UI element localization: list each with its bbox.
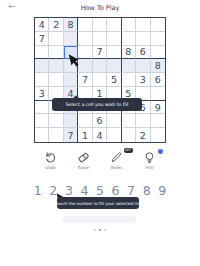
numpad-digit-4[interactable]: 4 — [80, 184, 88, 198]
hint-button[interactable]: Hint — [138, 151, 162, 175]
cell-r9c6[interactable] — [107, 128, 121, 142]
cell-r2c7[interactable] — [122, 32, 136, 46]
cell-r3c4[interactable] — [78, 46, 92, 60]
notes-off-badge: OFF — [124, 148, 133, 153]
cell-r9c8[interactable]: 2 — [136, 128, 150, 142]
undo-button[interactable]: Undo — [39, 151, 63, 175]
cell-r3c9[interactable] — [151, 46, 165, 60]
cell-r7c9[interactable]: 9 — [151, 101, 165, 115]
cell-r2c6[interactable] — [107, 32, 121, 46]
hint-badge-dot — [158, 149, 163, 154]
cell-r8c1[interactable] — [35, 114, 49, 128]
cell-r5c5[interactable] — [93, 73, 107, 87]
cell-r2c1[interactable]: 7 — [35, 32, 49, 46]
notes-pencil-icon — [110, 151, 123, 164]
cell-r9c7[interactable] — [122, 128, 136, 142]
notes-button[interactable]: OFF Notes — [105, 151, 129, 175]
numpad-digit-9[interactable]: 9 — [158, 184, 166, 198]
erase-button[interactable]: Erase — [72, 151, 96, 175]
cell-r5c1[interactable] — [35, 73, 49, 87]
cell-r6c9[interactable] — [151, 87, 165, 101]
numpad-digit-1[interactable]: 1 — [34, 184, 42, 198]
cell-r1c4[interactable] — [78, 18, 92, 32]
cell-r4c5[interactable] — [93, 59, 107, 73]
cell-r1c5[interactable] — [93, 18, 107, 32]
cell-r2c2[interactable] — [49, 32, 63, 46]
numpad-digit-7[interactable]: 7 — [127, 184, 135, 198]
hint-label: Hint — [145, 165, 153, 170]
cell-r9c2[interactable] — [49, 128, 63, 142]
cell-r1c8[interactable] — [136, 18, 150, 32]
cell-r2c4[interactable] — [78, 32, 92, 46]
cell-r3c5[interactable]: 7 — [93, 46, 107, 60]
cell-r1c6[interactable] — [107, 18, 121, 32]
erase-label: Erase — [78, 165, 89, 170]
cell-r2c8[interactable] — [136, 32, 150, 46]
page-title: How To Play — [0, 4, 200, 12]
page-dot-3 — [104, 229, 106, 231]
cell-r3c2[interactable] — [49, 46, 63, 60]
cell-r9c3[interactable]: 7 — [64, 128, 78, 142]
cell-r1c7[interactable] — [122, 18, 136, 32]
page-dot-2 — [99, 229, 101, 231]
cell-r8c9[interactable] — [151, 114, 165, 128]
cell-r5c4[interactable]: 7 — [78, 73, 92, 87]
hint-bulb-icon — [143, 151, 156, 164]
cell-r1c1[interactable]: 4 — [35, 18, 49, 32]
how-to-play-screen: ← How To Play 42877868753634155967142 Se… — [0, 0, 200, 266]
cell-r4c9[interactable]: 8 — [151, 59, 165, 73]
notes-label: Notes — [111, 165, 123, 170]
cell-r8c3[interactable] — [64, 114, 78, 128]
cell-r1c3[interactable]: 8 — [64, 18, 78, 32]
cell-r8c5[interactable]: 6 — [93, 114, 107, 128]
cell-r6c1[interactable]: 3 — [35, 87, 49, 101]
toolbar: Undo Erase OFF Notes Hint — [34, 151, 166, 175]
cell-r3c8[interactable]: 6 — [136, 46, 150, 60]
numpad-digit-3[interactable]: 3 — [65, 184, 73, 198]
cell-r4c2[interactable] — [49, 59, 63, 73]
cell-r4c6[interactable] — [107, 59, 121, 73]
cell-r2c3[interactable] — [64, 32, 78, 46]
numpad-digit-8[interactable]: 8 — [143, 184, 151, 198]
cell-r5c2[interactable] — [49, 73, 63, 87]
cell-r8c2[interactable] — [49, 114, 63, 128]
cell-r4c8[interactable] — [136, 59, 150, 73]
cell-r2c9[interactable] — [151, 32, 165, 46]
sudoku-board: 42877868753634155967142 — [34, 17, 166, 143]
cell-r9c5[interactable]: 4 — [93, 128, 107, 142]
cell-r9c4[interactable]: 1 — [78, 128, 92, 142]
cell-r5c9[interactable]: 6 — [151, 73, 165, 87]
cell-r8c6[interactable] — [107, 114, 121, 128]
undo-label: Undo — [45, 165, 55, 170]
cell-r9c1[interactable] — [35, 128, 49, 142]
cell-r5c6[interactable]: 5 — [107, 73, 121, 87]
cell-r8c8[interactable] — [136, 114, 150, 128]
cell-r1c2[interactable]: 2 — [49, 18, 63, 32]
board-tooltip: Select a cell you wish to fill — [52, 98, 142, 111]
cell-r8c7[interactable] — [122, 114, 136, 128]
tooltip-tail — [73, 96, 79, 102]
cell-r3c1[interactable] — [35, 46, 49, 60]
numpad-digit-5[interactable]: 5 — [96, 184, 104, 198]
cell-r5c7[interactable] — [122, 73, 136, 87]
cell-r2c5[interactable] — [93, 32, 107, 46]
page-dot-1 — [94, 229, 96, 231]
cell-r8c4[interactable] — [78, 114, 92, 128]
numpad-digit-6[interactable]: 6 — [112, 184, 120, 198]
cell-r3c6[interactable] — [107, 46, 121, 60]
cell-r3c7[interactable]: 8 — [122, 46, 136, 60]
cell-r4c1[interactable] — [35, 59, 49, 73]
undo-icon — [44, 151, 57, 164]
cell-r4c7[interactable] — [122, 59, 136, 73]
page-indicator — [0, 229, 200, 231]
numpad-tooltip: Touch the number to fill your selected t… — [57, 197, 139, 209]
cell-r9c9[interactable] — [151, 128, 165, 142]
cell-r5c8[interactable]: 3 — [136, 73, 150, 87]
cell-r5c3[interactable] — [64, 73, 78, 87]
cell-r1c9[interactable] — [151, 18, 165, 32]
erase-icon — [77, 151, 90, 164]
faded-panel — [62, 216, 136, 223]
cell-r7c1[interactable] — [35, 101, 49, 115]
number-pad: 123456789 — [30, 184, 170, 198]
